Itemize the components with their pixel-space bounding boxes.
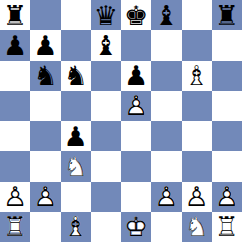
square-c7[interactable] [61,30,91,60]
square-c3[interactable]: ♞♘ [61,151,91,181]
white-pawn-fill: ♟ [0,182,30,212]
square-d7[interactable]: ♝ [91,30,121,60]
square-b8[interactable] [30,0,60,30]
square-a1[interactable]: ♜♖ [0,212,30,242]
white-pawn-fill: ♟ [182,182,212,212]
white-knight-fill: ♞ [182,212,212,242]
white-rook-fill: ♜ [212,212,242,242]
square-g3[interactable] [182,151,212,181]
square-f1[interactable] [151,212,181,242]
square-a6[interactable] [0,61,30,91]
square-a2[interactable]: ♟♙ [0,182,30,212]
square-e3[interactable] [121,151,151,181]
black-knight-icon: ♞ [30,61,60,91]
square-b2[interactable]: ♟♙ [30,182,60,212]
white-king-fill: ♚ [121,212,151,242]
square-d5[interactable] [91,91,121,121]
black-rook-icon: ♜ [212,0,242,30]
white-pawn-icon: ♙ [121,91,151,121]
square-d8[interactable]: ♛ [91,0,121,30]
square-f5[interactable] [151,91,181,121]
square-b3[interactable] [30,151,60,181]
square-c8[interactable] [61,0,91,30]
square-a4[interactable] [0,121,30,151]
black-bishop-icon: ♝ [151,0,181,30]
square-g5[interactable] [182,91,212,121]
square-h6[interactable] [212,61,242,91]
square-b7[interactable]: ♟ [30,30,60,60]
black-pawn-icon: ♟ [121,61,151,91]
square-d3[interactable] [91,151,121,181]
square-f7[interactable] [151,30,181,60]
square-h7[interactable] [212,30,242,60]
white-pawn-icon: ♙ [151,182,181,212]
square-f6[interactable] [151,61,181,91]
square-c1[interactable]: ♝♗ [61,212,91,242]
square-b6[interactable]: ♞ [30,61,60,91]
square-f2[interactable]: ♟♙ [151,182,181,212]
square-e4[interactable] [121,121,151,151]
white-pawn-fill: ♟ [121,91,151,121]
square-b4[interactable] [30,121,60,151]
square-c5[interactable] [61,91,91,121]
black-knight-icon: ♞ [61,61,91,91]
square-h4[interactable] [212,121,242,151]
square-g6[interactable]: ♝♗ [182,61,212,91]
white-pawn-fill: ♟ [212,182,242,212]
square-d6[interactable] [91,61,121,91]
white-pawn-icon: ♙ [30,182,60,212]
square-h8[interactable]: ♜ [212,0,242,30]
black-rook-icon: ♜ [0,0,30,30]
white-rook-icon: ♖ [212,212,242,242]
square-c6[interactable]: ♞ [61,61,91,91]
square-e2[interactable] [121,182,151,212]
black-pawn-icon: ♟ [30,30,60,60]
square-c2[interactable] [61,182,91,212]
black-bishop-icon: ♝ [91,30,121,60]
chess-board: ♜♛♚♝♜♟♟♝♞♞♟♝♗♟♙♟♞♘♟♙♟♙♟♙♟♙♟♙♜♖♝♗♚♔♞♘♜♖ [0,0,242,242]
white-bishop-fill: ♝ [61,212,91,242]
square-f4[interactable] [151,121,181,151]
black-pawn-icon: ♟ [0,30,30,60]
white-bishop-icon: ♗ [61,212,91,242]
square-a7[interactable]: ♟ [0,30,30,60]
square-h3[interactable] [212,151,242,181]
square-g1[interactable]: ♞♘ [182,212,212,242]
square-h2[interactable]: ♟♙ [212,182,242,212]
square-d4[interactable] [91,121,121,151]
black-pawn-icon: ♟ [61,121,91,151]
white-bishop-fill: ♝ [182,61,212,91]
square-d1[interactable] [91,212,121,242]
square-e5[interactable]: ♟♙ [121,91,151,121]
square-g4[interactable] [182,121,212,151]
square-e6[interactable]: ♟ [121,61,151,91]
square-g8[interactable] [182,0,212,30]
white-pawn-icon: ♙ [212,182,242,212]
square-a3[interactable] [0,151,30,181]
square-a8[interactable]: ♜ [0,0,30,30]
square-h1[interactable]: ♜♖ [212,212,242,242]
square-c4[interactable]: ♟ [61,121,91,151]
white-knight-icon: ♘ [61,151,91,181]
white-pawn-icon: ♙ [0,182,30,212]
square-d2[interactable] [91,182,121,212]
square-a5[interactable] [0,91,30,121]
square-e7[interactable] [121,30,151,60]
black-king-icon: ♚ [121,0,151,30]
square-b1[interactable] [30,212,60,242]
square-g2[interactable]: ♟♙ [182,182,212,212]
square-e8[interactable]: ♚ [121,0,151,30]
black-queen-icon: ♛ [91,0,121,30]
white-pawn-fill: ♟ [151,182,181,212]
square-f3[interactable] [151,151,181,181]
white-rook-fill: ♜ [0,212,30,242]
white-knight-fill: ♞ [61,151,91,181]
white-rook-icon: ♖ [0,212,30,242]
white-king-icon: ♔ [121,212,151,242]
white-bishop-icon: ♗ [182,61,212,91]
square-b5[interactable] [30,91,60,121]
square-h5[interactable] [212,91,242,121]
square-g7[interactable] [182,30,212,60]
square-e1[interactable]: ♚♔ [121,212,151,242]
white-pawn-fill: ♟ [30,182,60,212]
square-f8[interactable]: ♝ [151,0,181,30]
white-knight-icon: ♘ [182,212,212,242]
white-pawn-icon: ♙ [182,182,212,212]
